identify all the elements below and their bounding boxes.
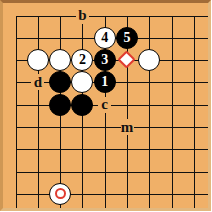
grid-line-vertical	[194, 16, 195, 212]
point-label-b: b	[76, 8, 89, 24]
go-board: bdcm45231	[0, 0, 211, 211]
grid-line-horizontal	[16, 105, 212, 106]
grid-line-vertical	[16, 16, 17, 212]
stone-white-c3r9	[49, 183, 71, 205]
grid-line-horizontal	[16, 194, 212, 195]
stone-white-move-2-c4r3: 2	[71, 49, 93, 71]
stone-black-move-3-c5r3: 3	[94, 49, 116, 71]
point-label-m: m	[121, 119, 134, 135]
grid-line-horizontal	[16, 172, 212, 173]
stone-white-move-4-c5r2: 4	[94, 27, 116, 49]
grid-line-horizontal	[16, 16, 212, 17]
stone-black-c4r5	[71, 94, 93, 116]
stone-white-c7r3	[138, 49, 160, 71]
stone-black-c3r5	[49, 94, 71, 116]
grid-line-vertical	[172, 16, 173, 212]
red-circle-marker	[55, 188, 66, 199]
stone-black-move-5-c6r2: 5	[116, 27, 138, 49]
stone-white-c3r3	[49, 49, 71, 71]
grid-line-vertical	[38, 16, 39, 212]
go-diagram: bdcm45231	[0, 0, 211, 211]
stone-white-c4r4	[71, 71, 93, 93]
grid-line-vertical	[149, 16, 150, 212]
stone-black-move-1-c5r4: 1	[94, 71, 116, 93]
stone-black-c3r4	[49, 71, 71, 93]
point-label-c: c	[98, 97, 111, 113]
grid-line-horizontal	[16, 127, 212, 128]
grid-line-horizontal	[16, 149, 212, 150]
red-diamond-marker	[117, 50, 135, 68]
stone-white-c2r3	[27, 49, 49, 71]
point-label-d: d	[31, 74, 44, 90]
